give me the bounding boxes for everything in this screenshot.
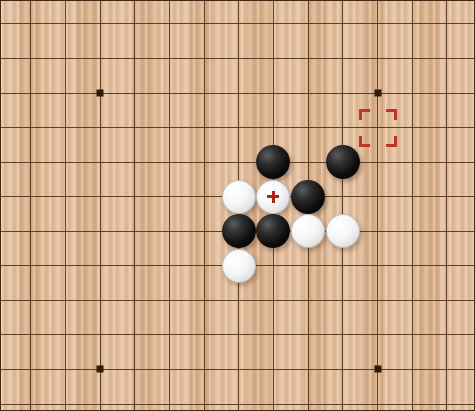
grid-line-horizontal [1, 300, 474, 301]
white-stone [222, 249, 256, 283]
white-stone [256, 180, 290, 214]
grid-line-horizontal [1, 334, 474, 335]
grid-line-horizontal [1, 162, 474, 163]
white-stone [222, 180, 256, 214]
grid-line-vertical [377, 1, 378, 410]
cursor-bracket-tl [359, 109, 370, 120]
star-point [97, 366, 104, 373]
grid-line-vertical [100, 1, 101, 410]
grid-line-vertical [134, 1, 135, 410]
grid-line-horizontal [1, 23, 474, 24]
grid-line-vertical [30, 1, 31, 410]
grid-line-vertical [446, 1, 447, 410]
white-stone [291, 214, 325, 248]
black-stone [326, 145, 360, 179]
grid-line-vertical [204, 1, 205, 410]
gomoku-board[interactable] [0, 0, 475, 411]
grid-line-horizontal [1, 404, 474, 405]
star-point [97, 90, 104, 97]
black-stone [256, 214, 290, 248]
grid-line-vertical [342, 1, 343, 410]
black-stone [291, 180, 325, 214]
grid-line-vertical [65, 1, 66, 410]
star-point [374, 366, 381, 373]
grid-line-horizontal [1, 58, 474, 59]
grid-line-vertical [412, 1, 413, 410]
black-stone [256, 145, 290, 179]
grid-line-horizontal [1, 369, 474, 370]
last-move-marker [267, 191, 279, 203]
black-stone [222, 214, 256, 248]
white-stone [326, 214, 360, 248]
cursor-bracket-tr [386, 109, 397, 120]
cursor-marker [359, 109, 397, 147]
star-point [374, 90, 381, 97]
cursor-bracket-bl [359, 136, 370, 147]
grid-line-vertical [169, 1, 170, 410]
grid-line-horizontal [1, 127, 474, 128]
cursor-bracket-br [386, 136, 397, 147]
grid-line-horizontal [1, 93, 474, 94]
